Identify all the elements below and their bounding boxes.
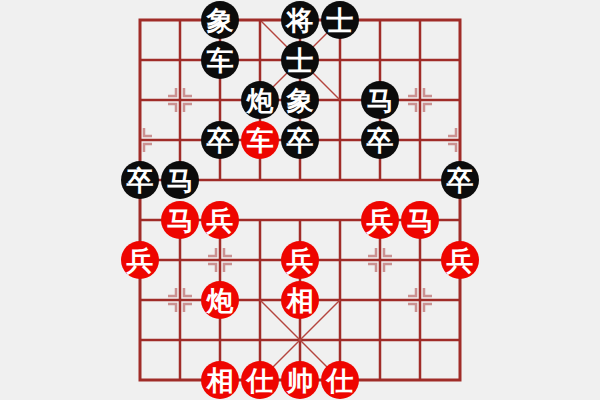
point-1-6[interactable]	[160, 240, 200, 280]
point-4-9[interactable]: 帅	[280, 360, 320, 400]
piece-black-general[interactable]: 将	[281, 1, 319, 39]
piece-red-pawn[interactable]: 兵	[361, 201, 399, 239]
point-6-9[interactable]	[360, 360, 400, 400]
point-8-3[interactable]	[440, 120, 480, 160]
piece-black-elephant[interactable]: 象	[281, 81, 319, 119]
point-1-8[interactable]	[160, 320, 200, 360]
point-3-9[interactable]: 仕	[240, 360, 280, 400]
point-2-5[interactable]: 兵	[200, 200, 240, 240]
point-5-0[interactable]: 士	[320, 0, 360, 40]
point-6-2[interactable]: 马	[360, 80, 400, 120]
point-4-2[interactable]: 象	[280, 80, 320, 120]
point-2-4[interactable]	[200, 160, 240, 200]
piece-black-horse[interactable]: 马	[361, 81, 399, 119]
piece-black-horse[interactable]: 马	[161, 161, 199, 199]
point-0-6[interactable]: 兵	[120, 240, 160, 280]
point-5-1[interactable]	[320, 40, 360, 80]
point-6-5[interactable]: 兵	[360, 200, 400, 240]
point-6-8[interactable]	[360, 320, 400, 360]
point-1-9[interactable]	[160, 360, 200, 400]
point-7-3[interactable]	[400, 120, 440, 160]
point-7-6[interactable]	[400, 240, 440, 280]
point-2-9[interactable]: 相	[200, 360, 240, 400]
point-4-4[interactable]	[280, 160, 320, 200]
point-5-7[interactable]	[320, 280, 360, 320]
point-3-4[interactable]	[240, 160, 280, 200]
point-7-4[interactable]	[400, 160, 440, 200]
point-8-1[interactable]	[440, 40, 480, 80]
piece-red-cannon[interactable]: 炮	[201, 281, 239, 319]
piece-red-advisor[interactable]: 仕	[321, 361, 359, 399]
point-2-0[interactable]: 象	[200, 0, 240, 40]
point-1-2[interactable]	[160, 80, 200, 120]
board-intersections: 象将士车士炮象马卒车卒卒卒马卒马兵兵马兵兵兵炮相相仕帅仕	[120, 0, 480, 400]
point-0-1[interactable]	[120, 40, 160, 80]
point-3-3[interactable]: 车	[240, 120, 280, 160]
point-6-1[interactable]	[360, 40, 400, 80]
piece-red-pawn[interactable]: 兵	[281, 241, 319, 279]
point-5-2[interactable]	[320, 80, 360, 120]
piece-black-elephant[interactable]: 象	[201, 1, 239, 39]
point-4-6[interactable]: 兵	[280, 240, 320, 280]
point-7-8[interactable]	[400, 320, 440, 360]
point-4-0[interactable]: 将	[280, 0, 320, 40]
point-8-7[interactable]	[440, 280, 480, 320]
point-1-5[interactable]: 马	[160, 200, 200, 240]
piece-black-chariot[interactable]: 车	[201, 41, 239, 79]
point-6-0[interactable]	[360, 0, 400, 40]
point-5-8[interactable]	[320, 320, 360, 360]
piece-black-advisor[interactable]: 士	[321, 1, 359, 39]
point-2-1[interactable]: 车	[200, 40, 240, 80]
point-7-7[interactable]	[400, 280, 440, 320]
point-3-0[interactable]	[240, 0, 280, 40]
point-4-3[interactable]: 卒	[280, 120, 320, 160]
piece-red-chariot[interactable]: 车	[241, 121, 279, 159]
point-6-7[interactable]	[360, 280, 400, 320]
point-5-6[interactable]	[320, 240, 360, 280]
point-0-8[interactable]	[120, 320, 160, 360]
point-2-8[interactable]	[200, 320, 240, 360]
point-3-7[interactable]	[240, 280, 280, 320]
point-2-7[interactable]: 炮	[200, 280, 240, 320]
point-5-3[interactable]	[320, 120, 360, 160]
point-7-2[interactable]	[400, 80, 440, 120]
point-8-8[interactable]	[440, 320, 480, 360]
point-6-3[interactable]: 卒	[360, 120, 400, 160]
piece-black-cannon[interactable]: 炮	[241, 81, 279, 119]
point-2-3[interactable]: 卒	[200, 120, 240, 160]
point-8-6[interactable]: 兵	[440, 240, 480, 280]
point-6-4[interactable]	[360, 160, 400, 200]
point-5-4[interactable]	[320, 160, 360, 200]
point-6-6[interactable]	[360, 240, 400, 280]
point-4-1[interactable]: 士	[280, 40, 320, 80]
piece-red-elephant[interactable]: 相	[281, 281, 319, 319]
point-3-5[interactable]	[240, 200, 280, 240]
point-3-2[interactable]: 炮	[240, 80, 280, 120]
piece-red-pawn[interactable]: 兵	[441, 241, 479, 279]
point-0-5[interactable]	[120, 200, 160, 240]
point-4-7[interactable]: 相	[280, 280, 320, 320]
point-1-1[interactable]	[160, 40, 200, 80]
point-0-2[interactable]	[120, 80, 160, 120]
piece-black-pawn[interactable]: 卒	[201, 121, 239, 159]
point-8-2[interactable]	[440, 80, 480, 120]
point-0-7[interactable]	[120, 280, 160, 320]
piece-black-pawn[interactable]: 卒	[121, 161, 159, 199]
piece-red-pawn[interactable]: 兵	[121, 241, 159, 279]
point-1-7[interactable]	[160, 280, 200, 320]
point-7-0[interactable]	[400, 0, 440, 40]
piece-black-advisor[interactable]: 士	[281, 41, 319, 79]
point-3-8[interactable]	[240, 320, 280, 360]
point-5-5[interactable]	[320, 200, 360, 240]
point-0-0[interactable]	[120, 0, 160, 40]
point-7-9[interactable]	[400, 360, 440, 400]
point-7-5[interactable]: 马	[400, 200, 440, 240]
point-2-2[interactable]	[200, 80, 240, 120]
point-8-4[interactable]: 卒	[440, 160, 480, 200]
point-4-5[interactable]	[280, 200, 320, 240]
point-5-9[interactable]: 仕	[320, 360, 360, 400]
piece-red-elephant[interactable]: 相	[201, 361, 239, 399]
point-0-4[interactable]: 卒	[120, 160, 160, 200]
xiangqi-board: 象将士车士炮象马卒车卒卒卒马卒马兵兵马兵兵兵炮相相仕帅仕	[0, 0, 600, 400]
point-0-3[interactable]	[120, 120, 160, 160]
point-3-1[interactable]	[240, 40, 280, 80]
piece-black-pawn[interactable]: 卒	[441, 161, 479, 199]
point-7-1[interactable]	[400, 40, 440, 80]
piece-black-pawn[interactable]: 卒	[361, 121, 399, 159]
piece-red-general[interactable]: 帅	[281, 361, 319, 399]
piece-black-pawn[interactable]: 卒	[281, 121, 319, 159]
point-3-6[interactable]	[240, 240, 280, 280]
point-2-6[interactable]	[200, 240, 240, 280]
point-1-0[interactable]	[160, 0, 200, 40]
point-8-5[interactable]	[440, 200, 480, 240]
point-8-0[interactable]	[440, 0, 480, 40]
point-0-9[interactable]	[120, 360, 160, 400]
point-1-3[interactable]	[160, 120, 200, 160]
piece-red-advisor[interactable]: 仕	[241, 361, 279, 399]
piece-red-horse[interactable]: 马	[161, 201, 199, 239]
piece-red-pawn[interactable]: 兵	[201, 201, 239, 239]
point-8-9[interactable]	[440, 360, 480, 400]
point-1-4[interactable]: 马	[160, 160, 200, 200]
point-4-8[interactable]	[280, 320, 320, 360]
piece-red-horse[interactable]: 马	[401, 201, 439, 239]
